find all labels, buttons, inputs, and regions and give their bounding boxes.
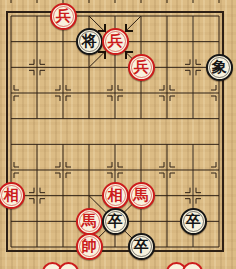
point-f8-r8[interactable] [180, 183, 206, 209]
board-points: 兵将兵兵象相相馬馬卒卒帥卒 [0, 3, 232, 260]
point-f7-r10[interactable] [154, 234, 180, 260]
point-f5-r9[interactable]: 卒 [102, 208, 128, 234]
piece-red-elephant[interactable]: 相 [102, 182, 129, 209]
point-f5-r8[interactable]: 相 [102, 183, 128, 209]
piece-red-horse[interactable]: 馬 [128, 182, 155, 209]
point-f2-r4[interactable] [24, 80, 50, 106]
piece-red-soldier[interactable]: 兵 [128, 54, 155, 81]
point-f2-r1[interactable] [24, 3, 50, 29]
point-f9-r3[interactable]: 象 [206, 55, 232, 81]
point-f2-r7[interactable] [24, 157, 50, 183]
point-f2-r10[interactable] [24, 234, 50, 260]
point-f1-r5[interactable] [0, 106, 24, 132]
point-f6-r3[interactable]: 兵 [128, 55, 154, 81]
point-f6-r9[interactable] [128, 208, 154, 234]
point-f5-r7[interactable] [102, 157, 128, 183]
point-f8-r9[interactable]: 卒 [180, 208, 206, 234]
point-f6-r8[interactable]: 馬 [128, 183, 154, 209]
piece-red-soldier[interactable]: 兵 [102, 28, 129, 55]
point-f8-r10[interactable] [180, 234, 206, 260]
point-f1-r1[interactable] [0, 3, 24, 29]
point-f3-r2[interactable] [50, 29, 76, 55]
point-f9-r10[interactable] [206, 234, 232, 260]
point-f3-r1[interactable]: 兵 [50, 3, 76, 29]
point-f9-r2[interactable] [206, 29, 232, 55]
point-f5-r10[interactable] [102, 234, 128, 260]
point-f8-r1[interactable] [180, 3, 206, 29]
point-f9-r6[interactable] [206, 131, 232, 157]
point-f9-r9[interactable] [206, 208, 232, 234]
point-f1-r7[interactable] [0, 157, 24, 183]
point-f4-r9[interactable]: 馬 [76, 208, 102, 234]
point-f3-r10[interactable] [50, 234, 76, 260]
piece-red-elephant[interactable]: 相 [0, 182, 25, 209]
point-f2-r9[interactable] [24, 208, 50, 234]
piece-black-general[interactable]: 将 [76, 28, 103, 55]
point-f6-r10[interactable]: 卒 [128, 234, 154, 260]
point-f2-r6[interactable] [24, 131, 50, 157]
point-f7-r9[interactable] [154, 208, 180, 234]
piece-red-soldier[interactable]: 兵 [50, 3, 77, 30]
point-f7-r6[interactable] [154, 131, 180, 157]
point-f9-r7[interactable] [206, 157, 232, 183]
point-f3-r7[interactable] [50, 157, 76, 183]
point-f7-r3[interactable] [154, 55, 180, 81]
point-f1-r4[interactable] [0, 80, 24, 106]
point-f4-r2[interactable]: 将 [76, 29, 102, 55]
point-f6-r6[interactable] [128, 131, 154, 157]
point-f4-r5[interactable] [76, 106, 102, 132]
point-f4-r1[interactable] [76, 3, 102, 29]
point-f3-r9[interactable] [50, 208, 76, 234]
point-f3-r6[interactable] [50, 131, 76, 157]
point-f4-r8[interactable] [76, 183, 102, 209]
point-f1-r2[interactable] [0, 29, 24, 55]
point-f1-r9[interactable] [0, 208, 24, 234]
point-f1-r8[interactable]: 相 [0, 183, 24, 209]
point-f6-r1[interactable] [128, 3, 154, 29]
point-f7-r5[interactable] [154, 106, 180, 132]
point-f6-r7[interactable] [128, 157, 154, 183]
point-f9-r8[interactable] [206, 183, 232, 209]
point-f5-r6[interactable] [102, 131, 128, 157]
piece-black-soldier[interactable]: 卒 [128, 233, 155, 260]
point-f5-r1[interactable] [102, 3, 128, 29]
point-f1-r6[interactable] [0, 131, 24, 157]
point-f7-r2[interactable] [154, 29, 180, 55]
point-f2-r2[interactable] [24, 29, 50, 55]
point-f9-r5[interactable] [206, 106, 232, 132]
point-f8-r3[interactable] [180, 55, 206, 81]
point-f2-r3[interactable] [24, 55, 50, 81]
point-f6-r5[interactable] [128, 106, 154, 132]
point-f7-r7[interactable] [154, 157, 180, 183]
point-f4-r4[interactable] [76, 80, 102, 106]
point-f6-r4[interactable] [128, 80, 154, 106]
point-f8-r2[interactable] [180, 29, 206, 55]
point-f1-r10[interactable] [0, 234, 24, 260]
point-f4-r7[interactable] [76, 157, 102, 183]
point-f8-r4[interactable] [180, 80, 206, 106]
point-f9-r4[interactable] [206, 80, 232, 106]
point-f8-r5[interactable] [180, 106, 206, 132]
xiangqi-board: 兵将兵兵象相相馬馬卒卒帥卒 [0, 0, 236, 269]
point-f2-r8[interactable] [24, 183, 50, 209]
point-f3-r8[interactable] [50, 183, 76, 209]
piece-red-horse[interactable]: 馬 [76, 208, 103, 235]
point-f8-r7[interactable] [180, 157, 206, 183]
point-f3-r4[interactable] [50, 80, 76, 106]
point-f5-r3[interactable] [102, 55, 128, 81]
point-f5-r5[interactable] [102, 106, 128, 132]
point-f4-r3[interactable] [76, 55, 102, 81]
point-f2-r5[interactable] [24, 106, 50, 132]
point-f7-r8[interactable] [154, 183, 180, 209]
point-f9-r1[interactable] [206, 3, 232, 29]
point-f8-r6[interactable] [180, 131, 206, 157]
point-f3-r5[interactable] [50, 106, 76, 132]
point-f3-r3[interactable] [50, 55, 76, 81]
point-f6-r2[interactable] [128, 29, 154, 55]
piece-black-soldier[interactable]: 卒 [102, 208, 129, 235]
point-f1-r3[interactable] [0, 55, 24, 81]
point-f7-r1[interactable] [154, 3, 180, 29]
point-f5-r2[interactable]: 兵 [102, 29, 128, 55]
point-f4-r10[interactable]: 帥 [76, 234, 102, 260]
point-f4-r6[interactable] [76, 131, 102, 157]
point-f7-r4[interactable] [154, 80, 180, 106]
point-f5-r4[interactable] [102, 80, 128, 106]
piece-red-general[interactable]: 帥 [76, 233, 103, 260]
piece-black-soldier[interactable]: 卒 [180, 208, 207, 235]
piece-black-elephant[interactable]: 象 [206, 54, 233, 81]
